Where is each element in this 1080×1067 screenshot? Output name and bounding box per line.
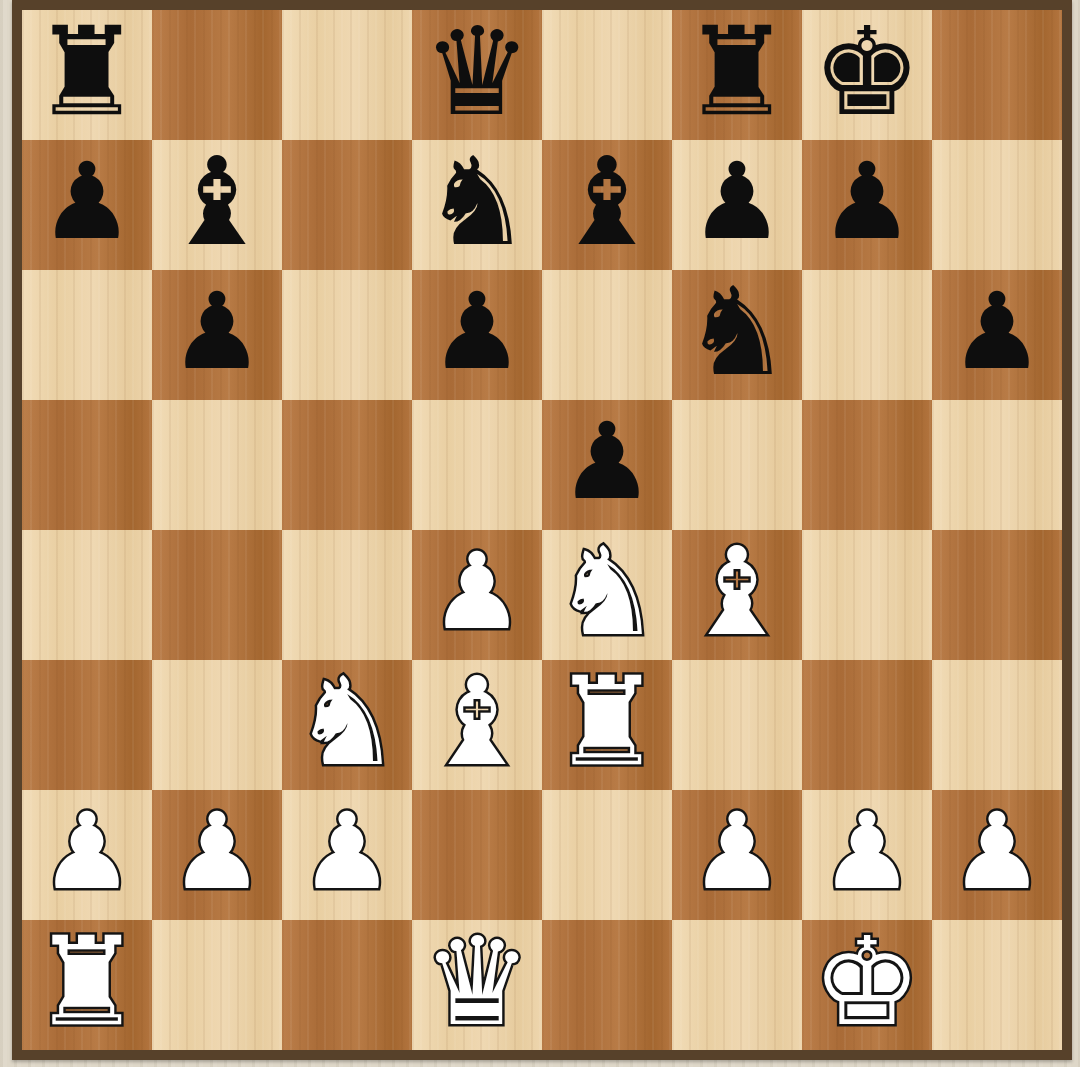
square-a3[interactable] — [22, 660, 152, 790]
square-e5[interactable]: ♟ — [542, 400, 672, 530]
square-d1[interactable]: ♛ — [412, 920, 542, 1050]
square-a1[interactable]: ♜ — [22, 920, 152, 1050]
square-g2[interactable]: ♟ — [802, 790, 932, 920]
square-e1[interactable] — [542, 920, 672, 1050]
square-e2[interactable] — [542, 790, 672, 920]
piece-black-rook[interactable]: ♜ — [672, 7, 802, 137]
square-f2[interactable]: ♟ — [672, 790, 802, 920]
piece-white-pawn[interactable]: ♟ — [932, 787, 1062, 917]
piece-black-king[interactable]: ♚ — [802, 7, 932, 137]
piece-white-bishop[interactable]: ♝ — [412, 657, 542, 787]
square-h2[interactable]: ♟ — [932, 790, 1062, 920]
piece-white-king[interactable]: ♚ — [802, 917, 932, 1047]
piece-black-pawn[interactable]: ♟ — [932, 267, 1062, 397]
square-a7[interactable]: ♟ — [22, 140, 152, 270]
square-e3[interactable]: ♜ — [542, 660, 672, 790]
square-e7[interactable]: ♝ — [542, 140, 672, 270]
piece-white-pawn[interactable]: ♟ — [672, 787, 802, 917]
square-c7[interactable] — [282, 140, 412, 270]
square-f8[interactable]: ♜ — [672, 10, 802, 140]
chess-board-frame: ♜♛♜♚♟♝♞♝♟♟♟♟♞♟♟♟♞♝♞♝♜♟♟♟♟♟♟♜♛♚ — [12, 0, 1072, 1060]
square-g8[interactable]: ♚ — [802, 10, 932, 140]
square-f3[interactable] — [672, 660, 802, 790]
square-h5[interactable] — [932, 400, 1062, 530]
square-e6[interactable] — [542, 270, 672, 400]
piece-white-pawn[interactable]: ♟ — [412, 527, 542, 657]
piece-black-bishop[interactable]: ♝ — [152, 137, 282, 267]
square-c1[interactable] — [282, 920, 412, 1050]
square-d7[interactable]: ♞ — [412, 140, 542, 270]
square-h1[interactable] — [932, 920, 1062, 1050]
square-h8[interactable] — [932, 10, 1062, 140]
square-f4[interactable]: ♝ — [672, 530, 802, 660]
square-b2[interactable]: ♟ — [152, 790, 282, 920]
square-e8[interactable] — [542, 10, 672, 140]
square-f1[interactable] — [672, 920, 802, 1050]
piece-white-rook[interactable]: ♜ — [22, 917, 152, 1047]
piece-black-pawn[interactable]: ♟ — [672, 137, 802, 267]
square-e4[interactable]: ♞ — [542, 530, 672, 660]
piece-black-pawn[interactable]: ♟ — [22, 137, 152, 267]
piece-black-pawn[interactable]: ♟ — [412, 267, 542, 397]
piece-white-rook[interactable]: ♜ — [542, 657, 672, 787]
square-c6[interactable] — [282, 270, 412, 400]
piece-black-pawn[interactable]: ♟ — [802, 137, 932, 267]
square-g6[interactable] — [802, 270, 932, 400]
square-b5[interactable] — [152, 400, 282, 530]
square-b8[interactable] — [152, 10, 282, 140]
square-c4[interactable] — [282, 530, 412, 660]
piece-black-pawn[interactable]: ♟ — [152, 267, 282, 397]
square-a5[interactable] — [22, 400, 152, 530]
piece-black-pawn[interactable]: ♟ — [542, 397, 672, 527]
square-h4[interactable] — [932, 530, 1062, 660]
square-g4[interactable] — [802, 530, 932, 660]
square-b6[interactable]: ♟ — [152, 270, 282, 400]
square-c2[interactable]: ♟ — [282, 790, 412, 920]
square-a4[interactable] — [22, 530, 152, 660]
square-g7[interactable]: ♟ — [802, 140, 932, 270]
square-c3[interactable]: ♞ — [282, 660, 412, 790]
square-b4[interactable] — [152, 530, 282, 660]
square-f7[interactable]: ♟ — [672, 140, 802, 270]
piece-white-pawn[interactable]: ♟ — [152, 787, 282, 917]
piece-white-knight[interactable]: ♞ — [542, 527, 672, 657]
square-g3[interactable] — [802, 660, 932, 790]
square-a2[interactable]: ♟ — [22, 790, 152, 920]
piece-white-pawn[interactable]: ♟ — [802, 787, 932, 917]
piece-white-pawn[interactable]: ♟ — [282, 787, 412, 917]
square-g5[interactable] — [802, 400, 932, 530]
piece-black-queen[interactable]: ♛ — [412, 7, 542, 137]
square-c5[interactable] — [282, 400, 412, 530]
piece-white-knight[interactable]: ♞ — [282, 657, 412, 787]
square-g1[interactable]: ♚ — [802, 920, 932, 1050]
square-d6[interactable]: ♟ — [412, 270, 542, 400]
square-c8[interactable] — [282, 10, 412, 140]
square-h6[interactable]: ♟ — [932, 270, 1062, 400]
square-f6[interactable]: ♞ — [672, 270, 802, 400]
square-h3[interactable] — [932, 660, 1062, 790]
square-d3[interactable]: ♝ — [412, 660, 542, 790]
square-d4[interactable]: ♟ — [412, 530, 542, 660]
square-b3[interactable] — [152, 660, 282, 790]
square-d8[interactable]: ♛ — [412, 10, 542, 140]
piece-black-knight[interactable]: ♞ — [412, 137, 542, 267]
piece-white-queen[interactable]: ♛ — [412, 917, 542, 1047]
square-a8[interactable]: ♜ — [22, 10, 152, 140]
chess-board: ♜♛♜♚♟♝♞♝♟♟♟♟♞♟♟♟♞♝♞♝♜♟♟♟♟♟♟♜♛♚ — [22, 10, 1062, 1050]
piece-black-rook[interactable]: ♜ — [22, 7, 152, 137]
square-a6[interactable] — [22, 270, 152, 400]
square-d5[interactable] — [412, 400, 542, 530]
square-b7[interactable]: ♝ — [152, 140, 282, 270]
square-h7[interactable] — [932, 140, 1062, 270]
piece-white-pawn[interactable]: ♟ — [22, 787, 152, 917]
square-f5[interactable] — [672, 400, 802, 530]
piece-black-bishop[interactable]: ♝ — [542, 137, 672, 267]
piece-white-bishop[interactable]: ♝ — [672, 527, 802, 657]
piece-black-knight[interactable]: ♞ — [672, 267, 802, 397]
square-b1[interactable] — [152, 920, 282, 1050]
square-d2[interactable] — [412, 790, 542, 920]
